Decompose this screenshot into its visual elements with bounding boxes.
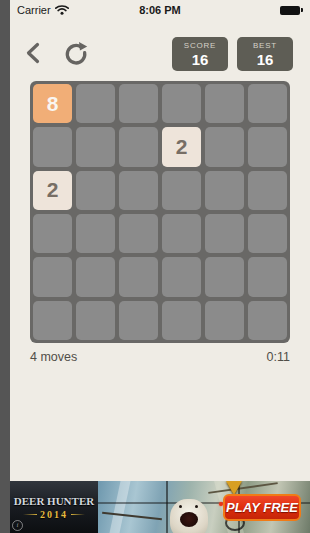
tile-2: 2 bbox=[33, 171, 72, 210]
empty-cell bbox=[119, 257, 158, 296]
ad-year: 2014 bbox=[40, 509, 68, 520]
play-free-button[interactable]: PLAY FREE bbox=[223, 494, 301, 521]
board[interactable]: 822 bbox=[30, 81, 290, 343]
empty-cell bbox=[119, 127, 158, 166]
empty-cell bbox=[248, 84, 287, 123]
empty-cell bbox=[248, 127, 287, 166]
empty-cell bbox=[205, 214, 244, 253]
tile-2: 2 bbox=[162, 127, 201, 166]
status-bar: Carrier 8:06 PM bbox=[10, 0, 310, 20]
score-label: SCORE bbox=[184, 42, 216, 50]
empty-cell bbox=[205, 301, 244, 340]
empty-cell bbox=[162, 84, 201, 123]
empty-cell bbox=[119, 171, 158, 210]
empty-cell bbox=[76, 257, 115, 296]
score-box: SCORE 16 bbox=[172, 37, 228, 71]
moves-counter: 4 moves bbox=[30, 350, 77, 364]
tile-8: 8 bbox=[33, 84, 72, 123]
empty-cell bbox=[248, 171, 287, 210]
empty-cell bbox=[162, 301, 201, 340]
empty-cell bbox=[33, 257, 72, 296]
logo-flourish-right bbox=[71, 514, 85, 515]
gold-emblem-icon bbox=[226, 481, 242, 495]
empty-cell bbox=[162, 257, 201, 296]
ad-logo-panel: DEER HUNTER 2014 i bbox=[10, 481, 98, 533]
restart-refresh-icon bbox=[62, 55, 90, 70]
header: SCORE 16 BEST 16 bbox=[10, 34, 310, 72]
empty-cell bbox=[205, 127, 244, 166]
empty-cell bbox=[76, 84, 115, 123]
carrier-label: Carrier bbox=[17, 4, 51, 16]
empty-cell bbox=[119, 301, 158, 340]
timer: 0:11 bbox=[267, 350, 290, 364]
best-label: BEST bbox=[253, 42, 277, 50]
empty-cell bbox=[162, 171, 201, 210]
empty-cell bbox=[248, 214, 287, 253]
best-box: BEST 16 bbox=[237, 37, 293, 71]
app-screen: Carrier 8:06 PM bbox=[10, 0, 310, 533]
empty-cell bbox=[76, 214, 115, 253]
wifi-icon bbox=[55, 4, 69, 17]
empty-cell bbox=[248, 301, 287, 340]
stats-row: 4 moves 0:11 bbox=[30, 350, 290, 364]
ice-streak bbox=[109, 481, 130, 533]
empty-cell bbox=[76, 171, 115, 210]
battery-icon bbox=[280, 6, 303, 15]
logo-flourish-left bbox=[23, 514, 37, 515]
empty-cell bbox=[205, 84, 244, 123]
restart-button[interactable] bbox=[62, 39, 90, 67]
empty-cell bbox=[162, 214, 201, 253]
back-chevron-icon bbox=[23, 53, 43, 68]
empty-cell bbox=[33, 214, 72, 253]
best-value: 16 bbox=[257, 52, 274, 67]
empty-cell bbox=[119, 214, 158, 253]
ad-title: DEER HUNTER bbox=[14, 495, 94, 507]
empty-cell bbox=[205, 257, 244, 296]
empty-cell bbox=[33, 301, 72, 340]
empty-cell bbox=[33, 127, 72, 166]
score-panel: SCORE 16 BEST 16 bbox=[172, 37, 293, 71]
back-button[interactable] bbox=[23, 41, 43, 65]
ad-banner[interactable]: DEER HUNTER 2014 i PLAY FREE bbox=[10, 481, 310, 533]
crosshair-vertical-line bbox=[166, 481, 168, 533]
bear-mouth bbox=[180, 512, 198, 527]
bear-head bbox=[170, 499, 208, 533]
empty-cell bbox=[205, 171, 244, 210]
empty-cell bbox=[248, 257, 287, 296]
empty-cell bbox=[76, 127, 115, 166]
empty-cell bbox=[76, 301, 115, 340]
ad-info-icon[interactable]: i bbox=[12, 520, 23, 531]
score-value: 16 bbox=[192, 52, 209, 67]
empty-cell bbox=[119, 84, 158, 123]
